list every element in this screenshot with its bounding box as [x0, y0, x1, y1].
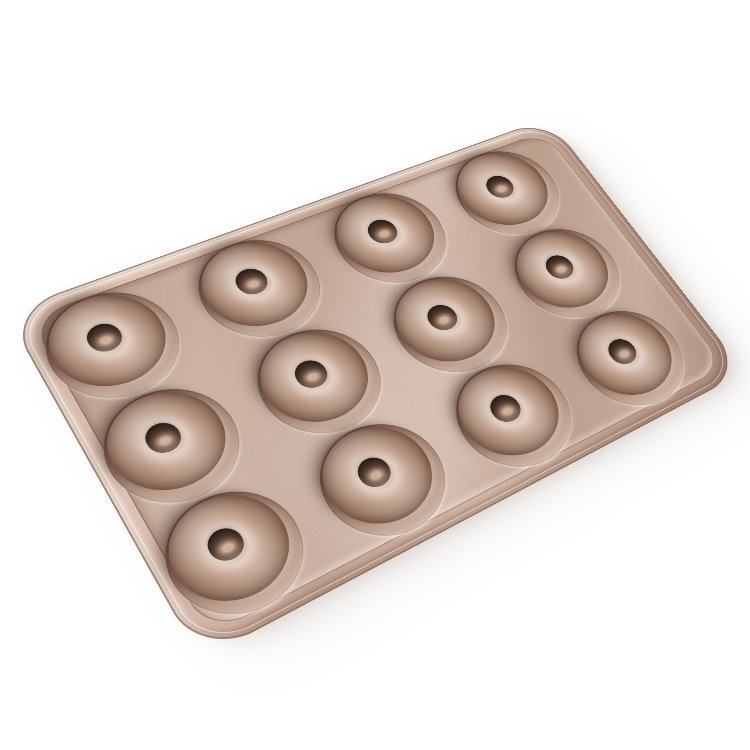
donut-center-hole: [140, 419, 186, 458]
donut-pan: [5, 118, 745, 660]
donut-mold-dome: [441, 143, 565, 237]
donut-center-hole: [422, 301, 462, 334]
donut-center-hole: [541, 252, 578, 282]
donut-mold-dome: [378, 266, 514, 376]
donut-center-hole: [363, 217, 402, 247]
donut-mold-dome: [499, 220, 626, 321]
donut-center-hole: [230, 265, 272, 298]
donut-center-hole: [352, 453, 396, 492]
donut-mold-dome: [319, 184, 452, 286]
donut-center-hole: [485, 391, 526, 426]
donut-center-hole: [290, 357, 333, 393]
donut-center-hole: [603, 336, 641, 368]
donut-center-hole: [482, 173, 519, 201]
donut-center-hole: [202, 523, 249, 566]
product-photo: [0, 0, 750, 750]
donut-center-hole: [82, 320, 127, 356]
donut-mold-dome: [31, 281, 185, 403]
donut-mold-dome: [183, 230, 326, 341]
cavity-grid: [5, 118, 745, 660]
